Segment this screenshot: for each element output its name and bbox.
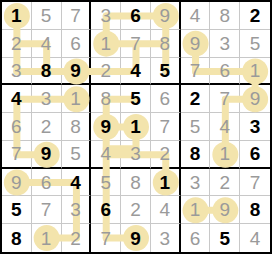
cell-r8c2[interactable]: 7 (32, 196, 62, 224)
cell-r8c7[interactable]: 1 (181, 196, 211, 224)
given-digit: 5 (130, 89, 141, 108)
cell-r9c1[interactable]: 8 (2, 224, 32, 252)
solved-digit: 9 (11, 173, 22, 192)
cell-r5c7[interactable]: 5 (181, 113, 211, 141)
solved-digit: 3 (41, 89, 52, 108)
cell-r6c5[interactable]: 3 (121, 141, 151, 169)
given-digit: 2 (250, 6, 261, 25)
solved-digit: 1 (250, 61, 261, 80)
given-digit: 9 (70, 61, 81, 80)
solved-digit: 8 (100, 89, 111, 108)
cell-r6c3[interactable]: 5 (62, 141, 92, 169)
cell-r4c8[interactable]: 7 (210, 85, 240, 113)
cell-r2c2[interactable]: 4 (32, 30, 62, 58)
given-digit: 4 (70, 173, 81, 192)
given-digit: 9 (41, 144, 52, 163)
cell-r9c4[interactable]: 7 (91, 224, 121, 252)
solved-digit: 6 (11, 117, 22, 136)
cell-r3c7[interactable]: 7 (181, 58, 211, 86)
cell-r1c2[interactable]: 5 (32, 2, 62, 30)
solved-digit: 4 (250, 229, 261, 248)
given-digit: 1 (159, 173, 170, 192)
cell-r3c1[interactable]: 3 (2, 58, 32, 86)
solved-digit: 6 (159, 89, 170, 108)
solved-digit: 3 (220, 34, 231, 53)
cell-r9c3[interactable]: 2 (62, 224, 92, 252)
cell-r8c9[interactable]: 8 (240, 196, 270, 224)
solved-digit: 7 (220, 89, 231, 108)
solved-digit: 8 (70, 117, 81, 136)
given-digit: 5 (11, 200, 22, 219)
solved-digit: 7 (130, 34, 141, 53)
solved-digit: 2 (130, 200, 141, 219)
cell-r4c5[interactable]: 5 (121, 85, 151, 113)
cell-r1c1[interactable]: 1 (2, 2, 32, 30)
cell-r2c4[interactable]: 1 (91, 30, 121, 58)
solved-digit: 4 (41, 34, 52, 53)
cell-r4c6[interactable]: 6 (151, 85, 181, 113)
solved-digit: 5 (250, 34, 261, 53)
solved-digit: 2 (11, 34, 22, 53)
solved-digit: 1 (70, 89, 81, 108)
solved-digit: 9 (220, 200, 231, 219)
cell-r3c4[interactable]: 2 (91, 58, 121, 86)
solved-digit: 3 (70, 200, 81, 219)
cell-r4c2[interactable]: 3 (32, 85, 62, 113)
cell-r8c1[interactable]: 5 (2, 196, 32, 224)
cell-r9c8[interactable]: 5 (210, 224, 240, 252)
cell-r6c4[interactable]: 4 (91, 141, 121, 169)
cell-r3c3[interactable]: 9 (62, 58, 92, 86)
cell-r4c9[interactable]: 9 (240, 85, 270, 113)
solved-digit: 1 (190, 200, 201, 219)
cell-r6c1[interactable]: 7 (2, 141, 32, 169)
cell-r2c8[interactable]: 3 (210, 30, 240, 58)
given-digit: 4 (11, 89, 22, 108)
given-digit: 1 (11, 6, 22, 25)
cell-r9c9[interactable]: 4 (240, 224, 270, 252)
solved-digit: 1 (100, 34, 111, 53)
given-digit: 6 (130, 6, 141, 25)
cell-r9c7[interactable]: 6 (181, 224, 211, 252)
solved-digit: 9 (159, 6, 170, 25)
cell-r6c8[interactable]: 1 (210, 141, 240, 169)
cell-r7c3[interactable]: 4 (62, 169, 92, 197)
cell-r7c4[interactable]: 5 (91, 169, 121, 197)
given-digit: 5 (220, 229, 231, 248)
cell-r5c1[interactable]: 6 (2, 113, 32, 141)
cell-r8c3[interactable]: 3 (62, 196, 92, 224)
cell-r8c4[interactable]: 6 (91, 196, 121, 224)
solved-digit: 7 (11, 144, 22, 163)
solved-digit: 6 (190, 229, 201, 248)
solved-digit: 7 (70, 6, 81, 25)
solved-digit: 9 (250, 89, 261, 108)
cell-r8c8[interactable]: 9 (210, 196, 240, 224)
solved-digit: 5 (100, 173, 111, 192)
solved-digit: 2 (100, 61, 111, 80)
solved-digit: 2 (159, 144, 170, 163)
given-digit: 1 (130, 117, 141, 136)
cell-r6c2[interactable]: 9 (32, 141, 62, 169)
solved-digit: 6 (41, 173, 52, 192)
cell-r4c3[interactable]: 1 (62, 85, 92, 113)
cell-r5c4[interactable]: 9 (91, 113, 121, 141)
solved-digit: 2 (220, 173, 231, 192)
cell-r5c5[interactable]: 1 (121, 113, 151, 141)
cell-r6c6[interactable]: 2 (151, 141, 181, 169)
solved-digit: 9 (190, 34, 201, 53)
solved-digit: 5 (70, 144, 81, 163)
solved-digit: 5 (190, 117, 201, 136)
cell-r8c5[interactable]: 2 (121, 196, 151, 224)
cell-r2c9[interactable]: 5 (240, 30, 270, 58)
given-digit: 9 (100, 117, 111, 136)
cell-r3c5[interactable]: 4 (121, 58, 151, 86)
cell-r1c3[interactable]: 7 (62, 2, 92, 30)
cell-r2c7[interactable]: 9 (181, 30, 211, 58)
cell-r7c7[interactable]: 3 (181, 169, 211, 197)
cell-r1c8[interactable]: 8 (210, 2, 240, 30)
cell-r5c2[interactable]: 2 (32, 113, 62, 141)
cell-r3c2[interactable]: 8 (32, 58, 62, 86)
solved-digit: 5 (41, 6, 52, 25)
cell-r4c4[interactable]: 8 (91, 85, 121, 113)
solved-digit: 6 (70, 34, 81, 53)
cell-r7c2[interactable]: 6 (32, 169, 62, 197)
given-digit: 9 (130, 229, 141, 248)
cell-r2c1[interactable]: 2 (2, 30, 32, 58)
cell-r2c3[interactable]: 6 (62, 30, 92, 58)
cell-r1c6[interactable]: 9 (151, 2, 181, 30)
solved-digit: 3 (130, 144, 141, 163)
solved-digit: 7 (250, 173, 261, 192)
cell-r5c8[interactable]: 4 (210, 113, 240, 141)
cell-r3c9[interactable]: 1 (240, 58, 270, 86)
given-digit: 8 (190, 144, 201, 163)
cell-r7c1[interactable]: 9 (2, 169, 32, 197)
cell-r9c2[interactable]: 1 (32, 224, 62, 252)
cell-r2c6[interactable]: 8 (151, 30, 181, 58)
given-digit: 6 (250, 144, 261, 163)
cell-r1c5[interactable]: 6 (121, 2, 151, 30)
cell-r7c5[interactable]: 8 (121, 169, 151, 197)
cell-r6c7[interactable]: 8 (181, 141, 211, 169)
solved-digit: 4 (159, 200, 170, 219)
cell-r7c9[interactable]: 7 (240, 169, 270, 197)
solved-digit: 7 (41, 200, 52, 219)
cell-r3c6[interactable]: 5 (151, 58, 181, 86)
solved-digit: 3 (159, 229, 170, 248)
solved-digit: 1 (220, 144, 231, 163)
cell-r1c7[interactable]: 4 (181, 2, 211, 30)
solved-digit: 8 (220, 6, 231, 25)
given-digit: 6 (100, 200, 111, 219)
given-digit: 8 (41, 61, 52, 80)
solved-digit: 4 (190, 6, 201, 25)
cell-r1c4[interactable]: 3 (91, 2, 121, 30)
cell-r1c9[interactable]: 2 (240, 2, 270, 30)
cell-r7c8[interactable]: 2 (210, 169, 240, 197)
sudoku-board: 1573694822461789353892457614318562796289… (0, 0, 272, 254)
solved-digit: 8 (159, 34, 170, 53)
cell-r9c5[interactable]: 9 (121, 224, 151, 252)
given-digit: 3 (250, 117, 261, 136)
cell-r2c5[interactable]: 7 (121, 30, 151, 58)
cell-r8c6[interactable]: 4 (151, 196, 181, 224)
given-digit: 5 (159, 61, 170, 80)
solved-digit: 1 (41, 229, 52, 248)
given-digit: 8 (250, 200, 261, 219)
solved-digit: 3 (190, 173, 201, 192)
solved-digit: 2 (70, 229, 81, 248)
solved-digit: 8 (130, 173, 141, 192)
solved-digit: 3 (100, 6, 111, 25)
solved-digit: 7 (190, 61, 201, 80)
cell-r9c6[interactable]: 3 (151, 224, 181, 252)
cell-r5c3[interactable]: 8 (62, 113, 92, 141)
sudoku-grid: 1573694822461789353892457614318562796289… (2, 2, 270, 252)
solved-digit: 7 (100, 229, 111, 248)
cell-r5c9[interactable]: 3 (240, 113, 270, 141)
cell-r4c1[interactable]: 4 (2, 85, 32, 113)
cell-r4c7[interactable]: 2 (181, 85, 211, 113)
cell-r3c8[interactable]: 6 (210, 58, 240, 86)
solved-digit: 4 (220, 117, 231, 136)
solved-digit: 2 (41, 117, 52, 136)
given-digit: 4 (130, 61, 141, 80)
cell-r6c9[interactable]: 6 (240, 141, 270, 169)
solved-digit: 6 (220, 61, 231, 80)
given-digit: 8 (11, 229, 22, 248)
solved-digit: 7 (159, 117, 170, 136)
solved-digit: 4 (100, 144, 111, 163)
given-digit: 2 (190, 89, 201, 108)
cell-r7c6[interactable]: 1 (151, 169, 181, 197)
cell-r5c6[interactable]: 7 (151, 113, 181, 141)
solved-digit: 3 (11, 61, 22, 80)
